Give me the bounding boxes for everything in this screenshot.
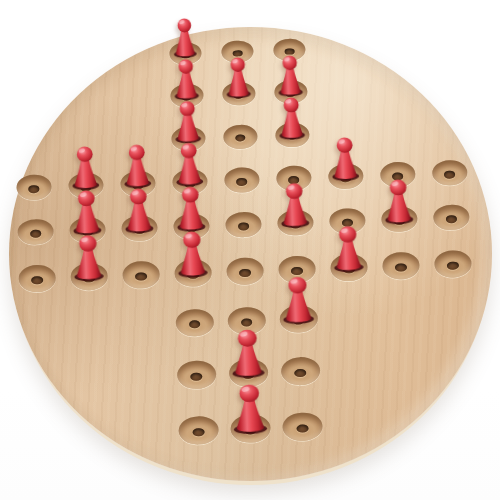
hole-r8c4[interactable] [170,347,224,403]
red-peg-r5c6[interactable] [277,181,312,229]
red-peg-r6c2[interactable] [70,233,106,283]
hole-recess-empty [433,204,470,231]
hole-r4c9[interactable] [423,150,477,196]
red-peg-r4c2[interactable] [69,145,102,192]
hole-r7c6[interactable] [272,292,326,345]
red-peg-r5c4[interactable] [173,184,208,232]
hole-center-bore [447,262,458,270]
hole-r6c9[interactable] [426,239,480,289]
hole-r6c7[interactable] [322,242,376,292]
hole-center-bore [241,318,253,326]
hole-r6c8[interactable] [374,241,428,291]
hole-recess-empty [382,252,420,280]
hole-r9c5[interactable] [223,399,277,458]
hole-r8c6[interactable] [274,343,328,399]
hole-r6c4[interactable] [166,248,220,298]
hole-center-bore [236,178,247,186]
red-peg-r6c4[interactable] [174,230,210,280]
hole-r4c7[interactable] [319,154,373,200]
hole-r9c6[interactable] [275,397,329,456]
red-peg-r6c7[interactable] [330,224,366,274]
hole-r5c1[interactable] [9,208,63,255]
hole-recess-empty [432,160,468,186]
hole-r9c4[interactable] [171,401,225,460]
board-grid [3,23,486,465]
hole-recess-empty [175,308,214,337]
hole-recess-empty [18,264,56,292]
hole-recess-empty [281,356,321,385]
hole-center-bore [294,369,306,377]
hole-recess-empty [223,124,258,149]
hole-r4c5[interactable] [215,157,269,203]
hole-center-bore [239,269,250,277]
red-peg-r2c6[interactable] [275,53,305,97]
hole-center-bore [30,230,41,238]
red-peg-r8c5[interactable] [228,327,267,379]
hole-recess-empty [178,415,219,445]
hole-center-bore [446,215,457,223]
hole-recess-empty [434,250,472,278]
hole-center-bore [189,320,201,328]
hole-recess-empty [16,174,52,200]
hole-center-bore [31,276,42,284]
hole-r2c5[interactable] [212,71,265,116]
red-peg-r2c4[interactable] [171,57,201,101]
hole-recess-empty [225,211,262,238]
hole-recess-empty [122,261,160,289]
hole-center-bore [296,424,308,433]
hole-r6c1[interactable] [10,253,64,303]
hole-center-bore [191,372,203,380]
hole-center-bore [444,171,455,179]
hole-r6c2[interactable] [62,252,116,302]
hole-center-bore [29,185,40,193]
red-peg-r3c6[interactable] [276,95,308,141]
photo-background [0,0,500,500]
hole-r7c4[interactable] [168,296,222,349]
red-peg-r5c2[interactable] [69,188,104,236]
hole-center-bore [395,263,406,271]
red-peg-r2c5[interactable] [223,55,253,99]
hole-r3c6[interactable] [265,112,318,157]
hole-recess-empty [177,360,217,389]
hole-center-bore [238,222,249,230]
red-peg-r5c8[interactable] [381,177,416,225]
hole-r4c1[interactable] [7,164,61,210]
hole-recess-empty [282,412,323,442]
red-peg-r5c3[interactable] [121,186,156,234]
hole-r5c9[interactable] [424,194,478,241]
red-peg-r4c7[interactable] [329,136,362,183]
hole-center-bore [192,428,204,437]
hole-r3c5[interactable] [214,114,267,159]
red-peg-r9c5[interactable] [229,382,270,436]
red-peg-r1c4[interactable] [171,16,199,59]
hole-recess-empty [226,257,264,285]
hole-center-bore [135,272,146,280]
hole-r5c5[interactable] [217,201,271,248]
hole-recess-empty [17,218,54,245]
red-peg-r4c3[interactable] [121,143,154,190]
hole-r6c5[interactable] [218,246,272,296]
hole-r5c3[interactable] [113,205,167,252]
hole-recess-empty [224,167,260,193]
solitaire-board [9,27,492,481]
hole-r5c6[interactable] [269,199,323,246]
hole-r6c3[interactable] [114,250,168,300]
red-peg-r4c4[interactable] [173,141,206,188]
hole-r5c8[interactable] [372,196,426,243]
red-peg-r3c4[interactable] [172,99,204,145]
red-peg-r7c6[interactable] [279,274,317,325]
hole-center-bore [235,135,246,142]
